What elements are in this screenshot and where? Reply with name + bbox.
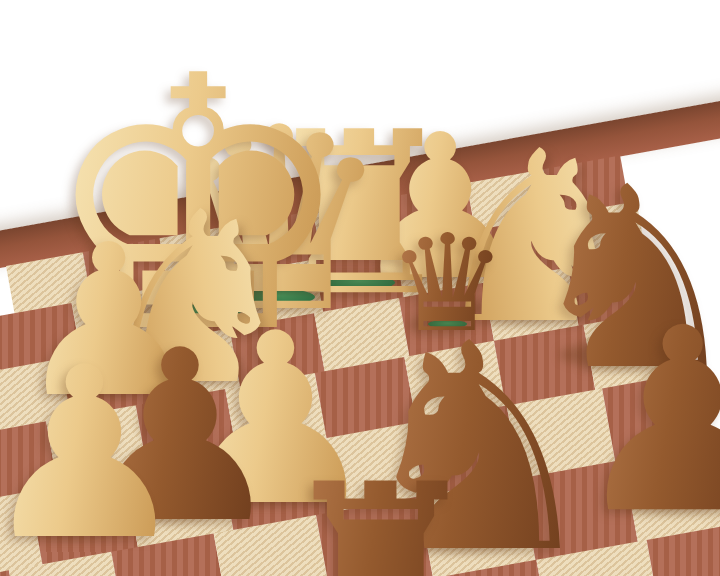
- pieces-layer: ♚♛♜♟♟♞♞♛♞♟♟♟♞♟♜: [0, 0, 720, 576]
- black-rook-e2[interactable]: ♜: [274, 452, 487, 576]
- white-pawn-b4[interactable]: ♟: [0, 336, 191, 573]
- chess-photo-scene: ♚♛♜♟♟♞♞♛♞♟♟♟♞♟♜: [0, 0, 720, 576]
